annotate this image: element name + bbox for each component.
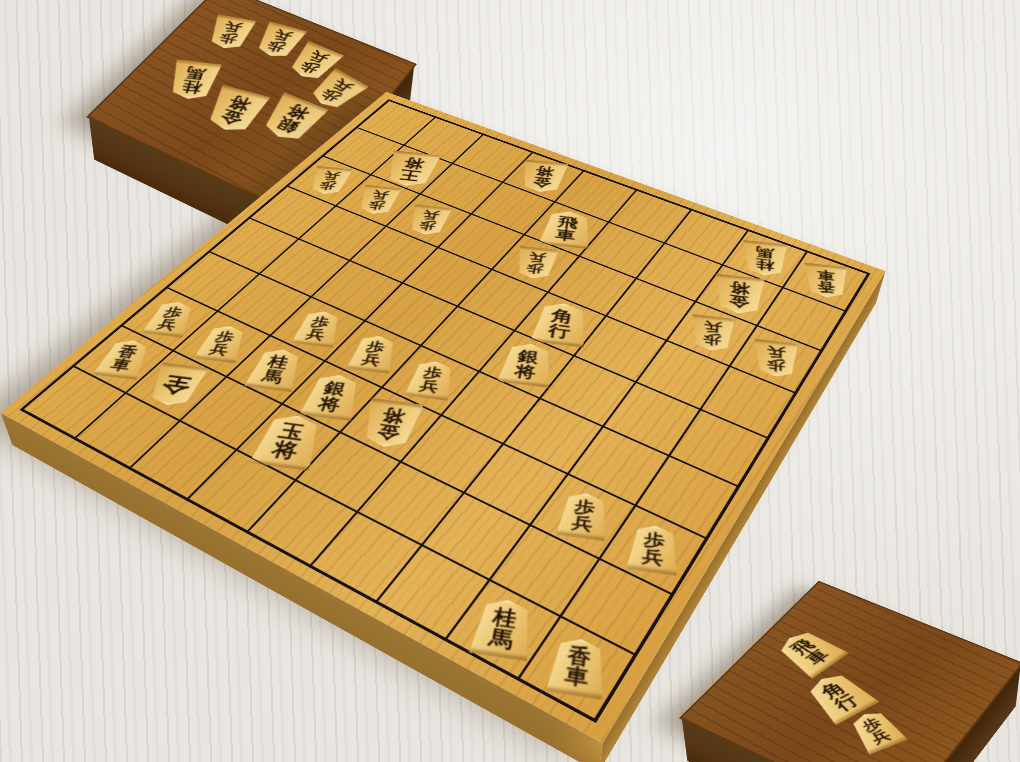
piece-pawn-7f[interactable]: 歩兵: [290, 309, 346, 348]
piece-pawn-2c-kanji: 歩兵: [702, 320, 722, 346]
piece-gold-5g-kanji: 金将: [375, 406, 406, 441]
komadai-far-captured-4-kanji: 歩兵: [319, 77, 355, 104]
komadai-near-surface: 飛車角行歩兵: [679, 581, 1020, 762]
square-2g[interactable]: 歩兵: [530, 474, 635, 559]
square-5h[interactable]: [295, 432, 400, 512]
piece-gold-2b-kanji: 金将: [728, 280, 750, 309]
square-4e[interactable]: 銀将: [479, 331, 574, 399]
square-8h[interactable]: 全: [126, 351, 227, 421]
piece-pawn-2g-kanji: 歩兵: [571, 498, 596, 532]
piece-pawn-9c-kanji: 歩兵: [318, 170, 341, 190]
square-8i[interactable]: [75, 393, 180, 468]
piece-silver-4e-kanji: 銀将: [513, 348, 540, 379]
square-4g[interactable]: [401, 415, 503, 493]
shogi-photo-scene: 歩兵歩兵歩兵歩兵桂馬金将銀将 金将桂馬香車王将飛車金将歩兵歩兵歩兵歩兵歩兵歩兵角…: [0, 0, 1020, 762]
piece-pawn-5c-kanji: 歩兵: [525, 251, 546, 274]
square-5i[interactable]: [248, 480, 358, 566]
square-1e[interactable]: [669, 409, 768, 486]
piece-knight-2a[interactable]: 桂馬: [741, 239, 789, 277]
piece-gold-6a-kanji: 金将: [532, 165, 555, 188]
piece-lance-1i[interactable]: 香車: [543, 634, 610, 700]
piece-pawn-5f-kanji: 歩兵: [418, 366, 443, 394]
piece-knight-7g-kanji: 桂馬: [261, 354, 291, 384]
square-3e[interactable]: [540, 356, 636, 427]
piece-pawn-8c-kanji: 歩兵: [367, 190, 390, 211]
piece-pawn-6f[interactable]: 歩兵: [345, 333, 401, 374]
komadai-far-captured-5[interactable]: 桂馬: [164, 59, 224, 102]
square-7g[interactable]: 桂馬: [227, 336, 325, 404]
komadai-near-right-face: [897, 663, 1020, 762]
square-1f[interactable]: [635, 456, 738, 539]
square-4h[interactable]: [357, 462, 464, 545]
komadai-near-captured-1-kanji: 飛車: [787, 637, 832, 667]
piece-pawn-1c-kanji: 歩兵: [766, 345, 785, 372]
square-6i[interactable]: [187, 450, 295, 532]
square-4i[interactable]: [310, 512, 421, 602]
piece-lance-1i-kanji: 香車: [563, 645, 591, 688]
komadai-far-captured-2-kanji: 歩兵: [265, 28, 294, 53]
komadai-far-captured-1-kanji: 歩兵: [218, 21, 244, 45]
square-2i[interactable]: 桂馬: [446, 580, 561, 679]
square-1i[interactable]: 香車: [518, 616, 635, 720]
piece-promoted-silver-8h-kanji: 全: [158, 373, 194, 396]
piece-knight-2a-kanji: 桂馬: [755, 246, 774, 271]
square-2f[interactable]: [568, 426, 669, 505]
piece-pawn-1g[interactable]: 歩兵: [624, 522, 681, 576]
piece-knight-7g[interactable]: 桂馬: [243, 346, 308, 392]
square-3h[interactable]: [422, 493, 530, 580]
piece-pawn-8c[interactable]: 歩兵: [353, 184, 402, 215]
square-3f[interactable]: [503, 398, 603, 474]
komadai-far-captured-5-kanji: 桂馬: [180, 66, 207, 94]
piece-lance-9h[interactable]: 香車: [91, 337, 156, 380]
piece-lance-1a-kanji: 香車: [816, 268, 835, 293]
piece-pawn-9c[interactable]: 歩兵: [305, 165, 354, 195]
piece-pawn-8g-kanji: 歩兵: [208, 330, 236, 357]
piece-gold-6a[interactable]: 金将: [516, 159, 569, 194]
piece-pawn-5f[interactable]: 歩兵: [403, 359, 459, 401]
komadai-near-captured-2-kanji: 角行: [818, 680, 862, 713]
piece-pawn-8g[interactable]: 歩兵: [192, 323, 251, 363]
piece-pawn-2c[interactable]: 歩兵: [688, 314, 735, 353]
square-1g[interactable]: 歩兵: [599, 505, 706, 594]
square-2e[interactable]: [603, 382, 700, 456]
piece-pawn-1g-kanji: 歩兵: [641, 531, 665, 567]
komadai-far-captured-6-kanji: 金将: [218, 93, 253, 126]
square-1d[interactable]: [700, 366, 795, 438]
komadai-far-slot-5: 桂馬: [158, 56, 230, 106]
komadai-near: 飛車角行歩兵: [679, 581, 1020, 762]
komadai-far-captured-3-kanji: 歩兵: [298, 49, 331, 75]
piece-bishop-4d-kanji: 角行: [547, 308, 574, 339]
board-grid: 金将桂馬香車王将飛車金将歩兵歩兵歩兵歩兵歩兵歩兵角行銀将歩兵歩兵歩兵歩兵歩兵桂馬…: [19, 99, 870, 723]
piece-king-6h-kanji: 玉将: [270, 422, 307, 461]
square-7i[interactable]: [130, 421, 236, 499]
komadai-far-captured-7-kanji: 銀将: [274, 102, 312, 135]
piece-pawn-7f-kanji: 歩兵: [305, 315, 331, 341]
piece-knight-2i-kanji: 桂馬: [488, 606, 519, 649]
square-3i[interactable]: [376, 545, 489, 639]
piece-lance-1a[interactable]: 香車: [803, 262, 850, 300]
square-7h[interactable]: [180, 377, 282, 450]
piece-lance-9h-kanji: 香車: [108, 345, 139, 373]
piece-gold-5g[interactable]: 金将: [356, 398, 426, 451]
piece-pawn-7c[interactable]: 歩兵: [404, 204, 453, 237]
piece-rook-5b-kanji: 飛車: [554, 215, 579, 242]
piece-silver-6g-kanji: 銀将: [317, 379, 348, 412]
piece-king-6h[interactable]: 玉将: [247, 412, 329, 472]
square-6h[interactable]: 玉将: [236, 404, 340, 480]
piece-pawn-7c-kanji: 歩兵: [418, 209, 440, 231]
piece-pawn-5c[interactable]: 歩兵: [511, 245, 559, 280]
piece-silver-6g[interactable]: 銀将: [298, 371, 367, 421]
piece-pawn-6f-kanji: 歩兵: [360, 340, 386, 367]
piece-silver-4e[interactable]: 銀将: [496, 340, 558, 387]
piece-promoted-silver-8h[interactable]: 全: [142, 362, 210, 408]
piece-pawn-1c[interactable]: 歩兵: [752, 338, 799, 379]
piece-gold-2b[interactable]: 金将: [712, 273, 766, 316]
piece-pawn-9g-kanji: 歩兵: [156, 306, 185, 331]
komadai-near-captured-3-kanji: 歩兵: [859, 716, 893, 745]
square-6g[interactable]: 銀将: [282, 361, 382, 432]
square-3g[interactable]: [464, 444, 568, 525]
piece-bishop-4d[interactable]: 角行: [528, 300, 591, 347]
square-2d[interactable]: [636, 340, 730, 409]
square-1h[interactable]: [561, 559, 672, 655]
square-5g[interactable]: 金将: [340, 387, 441, 461]
komadai-near-captured-1[interactable]: 飛車: [769, 625, 850, 679]
piece-king-8b-kanji: 王将: [398, 157, 425, 182]
square-9i[interactable]: [22, 366, 125, 438]
square-4f[interactable]: [441, 371, 540, 443]
square-5f[interactable]: 歩兵: [382, 346, 479, 416]
piece-knight-2i[interactable]: 桂馬: [467, 595, 538, 661]
piece-pawn-9g[interactable]: 歩兵: [140, 299, 199, 337]
square-2h[interactable]: [490, 525, 600, 616]
piece-pawn-2g[interactable]: 歩兵: [554, 490, 611, 542]
